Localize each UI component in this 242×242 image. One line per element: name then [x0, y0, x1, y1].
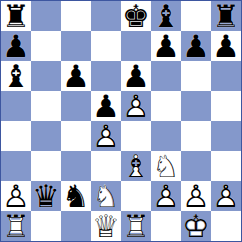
- piece-black-bishop[interactable]: ♝: [1, 61, 31, 91]
- square-d6[interactable]: [91, 61, 121, 91]
- white-rook-fill: ♜: [121, 211, 151, 241]
- piece-white-pawn[interactable]: ♙: [121, 91, 151, 121]
- square-h7[interactable]: ♟: [211, 31, 241, 61]
- square-g2[interactable]: ♟♙: [181, 181, 211, 211]
- square-h2[interactable]: ♟♙: [211, 181, 241, 211]
- square-d1[interactable]: ♛♕: [91, 211, 121, 241]
- piece-black-knight[interactable]: ♞: [61, 181, 91, 211]
- white-pawn-fill: ♟: [181, 181, 211, 211]
- white-pawn-fill: ♟: [1, 181, 31, 211]
- white-bishop-fill: ♝: [121, 151, 151, 181]
- square-f1[interactable]: [151, 211, 181, 241]
- square-a6[interactable]: ♝: [1, 61, 31, 91]
- square-h6[interactable]: [211, 61, 241, 91]
- piece-white-rook[interactable]: ♖: [1, 211, 31, 241]
- white-pawn-fill: ♟: [211, 181, 241, 211]
- piece-white-bishop[interactable]: ♗: [121, 151, 151, 181]
- square-b7[interactable]: [31, 31, 61, 61]
- square-c7[interactable]: [61, 31, 91, 61]
- square-g1[interactable]: ♚♔: [181, 211, 211, 241]
- square-f7[interactable]: ♟: [151, 31, 181, 61]
- square-e4[interactable]: [121, 121, 151, 151]
- piece-black-rook[interactable]: ♜: [211, 1, 241, 31]
- square-g7[interactable]: ♟: [181, 31, 211, 61]
- square-b6[interactable]: [31, 61, 61, 91]
- square-g8[interactable]: [181, 1, 211, 31]
- square-a1[interactable]: ♜♖: [1, 211, 31, 241]
- square-e6[interactable]: ♟: [121, 61, 151, 91]
- square-g6[interactable]: [181, 61, 211, 91]
- square-b2[interactable]: ♛: [31, 181, 61, 211]
- piece-black-pawn[interactable]: ♟: [1, 31, 31, 61]
- square-a3[interactable]: [1, 151, 31, 181]
- square-f4[interactable]: [151, 121, 181, 151]
- piece-black-queen[interactable]: ♛: [31, 181, 61, 211]
- piece-white-queen[interactable]: ♕: [91, 211, 121, 241]
- square-d7[interactable]: [91, 31, 121, 61]
- white-pawn-fill: ♟: [121, 91, 151, 121]
- piece-white-pawn[interactable]: ♙: [1, 181, 31, 211]
- piece-white-rook[interactable]: ♖: [121, 211, 151, 241]
- square-c6[interactable]: ♟: [61, 61, 91, 91]
- piece-white-pawn[interactable]: ♙: [181, 181, 211, 211]
- white-knight-fill: ♞: [151, 151, 181, 181]
- square-c8[interactable]: [61, 1, 91, 31]
- square-c2[interactable]: ♞: [61, 181, 91, 211]
- square-b3[interactable]: [31, 151, 61, 181]
- square-c5[interactable]: [61, 91, 91, 121]
- square-e8[interactable]: ♚: [121, 1, 151, 31]
- piece-black-rook[interactable]: ♜: [1, 1, 31, 31]
- square-f6[interactable]: [151, 61, 181, 91]
- square-a4[interactable]: [1, 121, 31, 151]
- piece-black-bishop[interactable]: ♝: [151, 1, 181, 31]
- square-e1[interactable]: ♜♖: [121, 211, 151, 241]
- square-d8[interactable]: [91, 1, 121, 31]
- square-h5[interactable]: [211, 91, 241, 121]
- square-f3[interactable]: ♞♘: [151, 151, 181, 181]
- square-d5[interactable]: ♟: [91, 91, 121, 121]
- piece-black-pawn[interactable]: ♟: [181, 31, 211, 61]
- square-b8[interactable]: [31, 1, 61, 31]
- square-f2[interactable]: ♟♙: [151, 181, 181, 211]
- piece-black-king[interactable]: ♚: [121, 1, 151, 31]
- square-c4[interactable]: [61, 121, 91, 151]
- square-e5[interactable]: ♟♙: [121, 91, 151, 121]
- square-a8[interactable]: ♜: [1, 1, 31, 31]
- piece-black-pawn[interactable]: ♟: [121, 61, 151, 91]
- piece-black-pawn[interactable]: ♟: [211, 31, 241, 61]
- piece-white-pawn[interactable]: ♙: [211, 181, 241, 211]
- square-e7[interactable]: [121, 31, 151, 61]
- square-a7[interactable]: ♟: [1, 31, 31, 61]
- piece-white-knight[interactable]: ♘: [151, 151, 181, 181]
- square-g3[interactable]: [181, 151, 211, 181]
- square-c3[interactable]: [61, 151, 91, 181]
- piece-black-pawn[interactable]: ♟: [91, 91, 121, 121]
- square-d3[interactable]: [91, 151, 121, 181]
- square-h1[interactable]: [211, 211, 241, 241]
- square-h4[interactable]: [211, 121, 241, 151]
- square-h3[interactable]: [211, 151, 241, 181]
- white-rook-fill: ♜: [1, 211, 31, 241]
- square-e2[interactable]: [121, 181, 151, 211]
- square-d4[interactable]: ♟♙: [91, 121, 121, 151]
- square-a2[interactable]: ♟♙: [1, 181, 31, 211]
- square-b1[interactable]: [31, 211, 61, 241]
- piece-white-pawn[interactable]: ♙: [151, 181, 181, 211]
- piece-black-pawn[interactable]: ♟: [61, 61, 91, 91]
- white-queen-fill: ♛: [91, 211, 121, 241]
- square-d2[interactable]: ♞♘: [91, 181, 121, 211]
- square-f8[interactable]: ♝: [151, 1, 181, 31]
- square-b5[interactable]: [31, 91, 61, 121]
- piece-white-king[interactable]: ♔: [181, 211, 211, 241]
- square-g5[interactable]: [181, 91, 211, 121]
- square-g4[interactable]: [181, 121, 211, 151]
- piece-black-pawn[interactable]: ♟: [151, 31, 181, 61]
- white-pawn-fill: ♟: [151, 181, 181, 211]
- white-king-fill: ♚: [181, 211, 211, 241]
- square-e3[interactable]: ♝♗: [121, 151, 151, 181]
- piece-white-pawn[interactable]: ♙: [91, 121, 121, 151]
- piece-white-knight[interactable]: ♘: [91, 181, 121, 211]
- square-h8[interactable]: ♜: [211, 1, 241, 31]
- square-c1[interactable]: [61, 211, 91, 241]
- white-knight-fill: ♞: [91, 181, 121, 211]
- chess-board: ♜♚♝♜♟♟♟♟♝♟♟♟♟♙♟♙♝♗♞♘♟♙♛♞♞♘♟♙♟♙♟♙♜♖♛♕♜♖♚♔: [0, 0, 242, 242]
- white-pawn-fill: ♟: [91, 121, 121, 151]
- square-b4[interactable]: [31, 121, 61, 151]
- square-f5[interactable]: [151, 91, 181, 121]
- square-a5[interactable]: [1, 91, 31, 121]
